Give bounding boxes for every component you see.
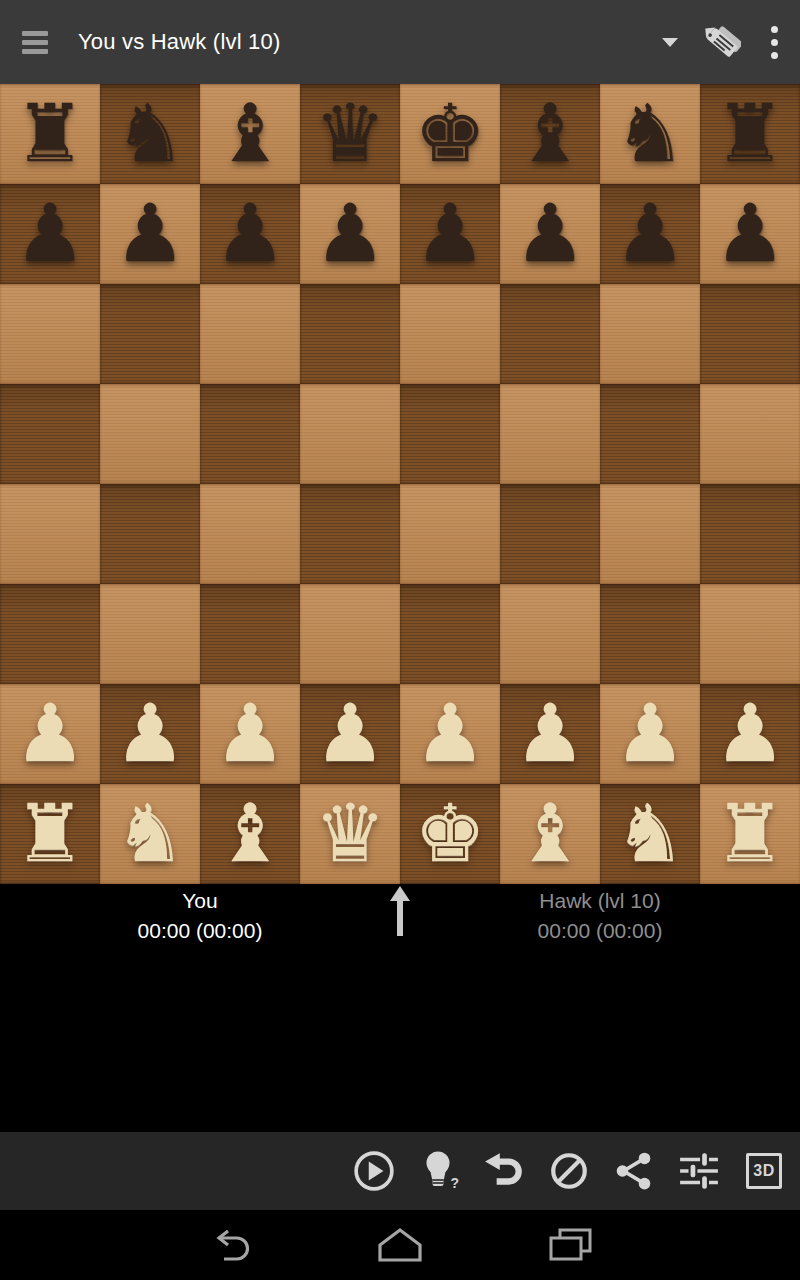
- square-h2[interactable]: ♟: [700, 684, 800, 784]
- square-c7[interactable]: ♟: [200, 184, 300, 284]
- square-f7[interactable]: ♟: [500, 184, 600, 284]
- black-pawn[interactable]: ♟: [314, 184, 386, 284]
- square-h8[interactable]: ♜: [700, 84, 800, 184]
- square-e2[interactable]: ♟: [400, 684, 500, 784]
- square-a2[interactable]: ♟: [0, 684, 100, 784]
- white-pawn[interactable]: ♟: [14, 684, 86, 784]
- square-b5[interactable]: [100, 384, 200, 484]
- back-icon: [207, 1227, 253, 1263]
- home-icon: [377, 1227, 423, 1263]
- white-king[interactable]: ♚: [414, 784, 486, 884]
- square-c3[interactable]: [200, 584, 300, 684]
- white-pawn[interactable]: ♟: [614, 684, 686, 784]
- white-knight[interactable]: ♞: [114, 784, 186, 884]
- black-knight[interactable]: ♞: [614, 84, 686, 184]
- kebab-dot: [771, 52, 778, 59]
- settings-sliders-button[interactable]: [675, 1147, 723, 1195]
- square-b7[interactable]: ♟: [100, 184, 200, 284]
- menu-button[interactable]: [14, 19, 60, 65]
- square-e3[interactable]: [400, 584, 500, 684]
- white-rook[interactable]: ♜: [14, 784, 86, 884]
- home-button[interactable]: [368, 1223, 432, 1267]
- white-queen[interactable]: ♛: [314, 784, 386, 884]
- black-pawn[interactable]: ♟: [414, 184, 486, 284]
- square-f5[interactable]: [500, 384, 600, 484]
- back-button[interactable]: [198, 1223, 262, 1267]
- white-bishop[interactable]: ♝: [214, 784, 286, 884]
- sliders-icon: [678, 1150, 720, 1192]
- square-a5[interactable]: [0, 384, 100, 484]
- square-e1[interactable]: ♚: [400, 784, 500, 884]
- square-g4[interactable]: [600, 484, 700, 584]
- square-b3[interactable]: [100, 584, 200, 684]
- pencil-tag-icon: [699, 21, 741, 63]
- square-g5[interactable]: [600, 384, 700, 484]
- share-button[interactable]: [610, 1147, 658, 1195]
- square-h1[interactable]: ♜: [700, 784, 800, 884]
- black-bishop[interactable]: ♝: [514, 84, 586, 184]
- square-d6[interactable]: [300, 284, 400, 384]
- square-d5[interactable]: [300, 384, 400, 484]
- black-pawn[interactable]: ♟: [14, 184, 86, 284]
- share-icon: [613, 1150, 655, 1192]
- black-king[interactable]: ♚: [414, 84, 486, 184]
- black-rook[interactable]: ♜: [714, 84, 786, 184]
- square-a7[interactable]: ♟: [0, 184, 100, 284]
- square-d4[interactable]: [300, 484, 400, 584]
- black-pawn[interactable]: ♟: [614, 184, 686, 284]
- square-g1[interactable]: ♞: [600, 784, 700, 884]
- square-e6[interactable]: [400, 284, 500, 384]
- black-pawn[interactable]: ♟: [214, 184, 286, 284]
- undo-button[interactable]: [480, 1147, 528, 1195]
- view-3d-button[interactable]: 3D: [740, 1147, 788, 1195]
- chevron-down-icon: [661, 36, 679, 48]
- player-black: Hawk (lvl 10) 00:00 (00:00): [400, 886, 800, 945]
- white-pawn[interactable]: ♟: [314, 684, 386, 784]
- square-e4[interactable]: [400, 484, 500, 584]
- block-button[interactable]: [545, 1147, 593, 1195]
- black-pawn[interactable]: ♟: [114, 184, 186, 284]
- white-pawn[interactable]: ♟: [114, 684, 186, 784]
- black-rook[interactable]: ♜: [14, 84, 86, 184]
- player-black-name: Hawk (lvl 10): [400, 886, 800, 916]
- white-pawn[interactable]: ♟: [214, 684, 286, 784]
- square-c6[interactable]: [200, 284, 300, 384]
- square-h7[interactable]: ♟: [700, 184, 800, 284]
- square-g3[interactable]: [600, 584, 700, 684]
- player-black-clock: 00:00 (00:00): [400, 916, 800, 945]
- square-e7[interactable]: ♟: [400, 184, 500, 284]
- white-pawn[interactable]: ♟: [714, 684, 786, 784]
- player-white-clock: 00:00 (00:00): [0, 916, 400, 945]
- square-a6[interactable]: [0, 284, 100, 384]
- kebab-dot: [771, 26, 778, 33]
- white-knight[interactable]: ♞: [614, 784, 686, 884]
- kebab-dot: [771, 39, 778, 46]
- square-g2[interactable]: ♟: [600, 684, 700, 784]
- square-f2[interactable]: ♟: [500, 684, 600, 784]
- hamburger-icon: [22, 40, 48, 45]
- dropdown-button[interactable]: [652, 18, 688, 66]
- undo-arrow-icon: [483, 1150, 525, 1192]
- square-g8[interactable]: ♞: [600, 84, 700, 184]
- play-icon: [353, 1150, 395, 1192]
- square-d3[interactable]: [300, 584, 400, 684]
- play-button[interactable]: [350, 1147, 398, 1195]
- square-a1[interactable]: ♜: [0, 784, 100, 884]
- square-c1[interactable]: ♝: [200, 784, 300, 884]
- toolbar: ?: [0, 1132, 800, 1210]
- square-d7[interactable]: ♟: [300, 184, 400, 284]
- square-d2[interactable]: ♟: [300, 684, 400, 784]
- square-d8[interactable]: ♛: [300, 84, 400, 184]
- square-b8[interactable]: ♞: [100, 84, 200, 184]
- white-rook[interactable]: ♜: [714, 784, 786, 884]
- square-b4[interactable]: [100, 484, 200, 584]
- hamburger-icon: [22, 31, 48, 36]
- player-white: You 00:00 (00:00): [0, 886, 400, 945]
- view-3d-box-icon: 3D: [746, 1153, 782, 1189]
- white-bishop[interactable]: ♝: [514, 784, 586, 884]
- square-f8[interactable]: ♝: [500, 84, 600, 184]
- square-c5[interactable]: [200, 384, 300, 484]
- square-a3[interactable]: [0, 584, 100, 684]
- system-nav-bar: [0, 1210, 800, 1280]
- black-pawn[interactable]: ♟: [714, 184, 786, 284]
- black-bishop[interactable]: ♝: [214, 84, 286, 184]
- recents-button[interactable]: [538, 1223, 602, 1267]
- hint-button[interactable]: ?: [415, 1147, 463, 1195]
- square-h3[interactable]: [700, 584, 800, 684]
- app-bar-actions: [652, 18, 800, 66]
- square-h6[interactable]: [700, 284, 800, 384]
- chess-board: ♜♞♝♛♚♝♞♜♟♟♟♟♟♟♟♟♟♟♟♟♟♟♟♟♜♞♝♛♚♝♞♜: [0, 84, 800, 884]
- square-e5[interactable]: [400, 384, 500, 484]
- square-c4[interactable]: [200, 484, 300, 584]
- black-pawn[interactable]: ♟: [514, 184, 586, 284]
- square-c2[interactable]: ♟: [200, 684, 300, 784]
- square-g6[interactable]: [600, 284, 700, 384]
- block-icon: [548, 1150, 590, 1192]
- edit-button[interactable]: [696, 18, 744, 66]
- square-a4[interactable]: [0, 484, 100, 584]
- square-b1[interactable]: ♞: [100, 784, 200, 884]
- square-b2[interactable]: ♟: [100, 684, 200, 784]
- recents-icon: [547, 1227, 593, 1263]
- square-a8[interactable]: ♜: [0, 84, 100, 184]
- square-f1[interactable]: ♝: [500, 784, 600, 884]
- square-h5[interactable]: [700, 384, 800, 484]
- square-f6[interactable]: [500, 284, 600, 384]
- chess-app-screen: You vs Hawk (lvl 10): [0, 0, 800, 1280]
- status-area: You 00:00 (00:00) Hawk (lvl 10) 00:00 (0…: [0, 884, 800, 1132]
- player-white-name: You: [0, 886, 400, 916]
- hint-question-mark: ?: [450, 1175, 459, 1191]
- black-queen[interactable]: ♛: [314, 84, 386, 184]
- square-f4[interactable]: [500, 484, 600, 584]
- square-g7[interactable]: ♟: [600, 184, 700, 284]
- game-title: You vs Hawk (lvl 10): [78, 29, 280, 55]
- square-b6[interactable]: [100, 284, 200, 384]
- hamburger-icon: [22, 49, 48, 54]
- white-pawn[interactable]: ♟: [514, 684, 586, 784]
- app-bar: You vs Hawk (lvl 10): [0, 0, 800, 84]
- square-h4[interactable]: [700, 484, 800, 584]
- overflow-menu-button[interactable]: [754, 18, 794, 66]
- square-e8[interactable]: ♚: [400, 84, 500, 184]
- black-knight[interactable]: ♞: [114, 84, 186, 184]
- view-3d-label: 3D: [753, 1162, 774, 1180]
- square-d1[interactable]: ♛: [300, 784, 400, 884]
- square-c8[interactable]: ♝: [200, 84, 300, 184]
- white-pawn[interactable]: ♟: [414, 684, 486, 784]
- square-f3[interactable]: [500, 584, 600, 684]
